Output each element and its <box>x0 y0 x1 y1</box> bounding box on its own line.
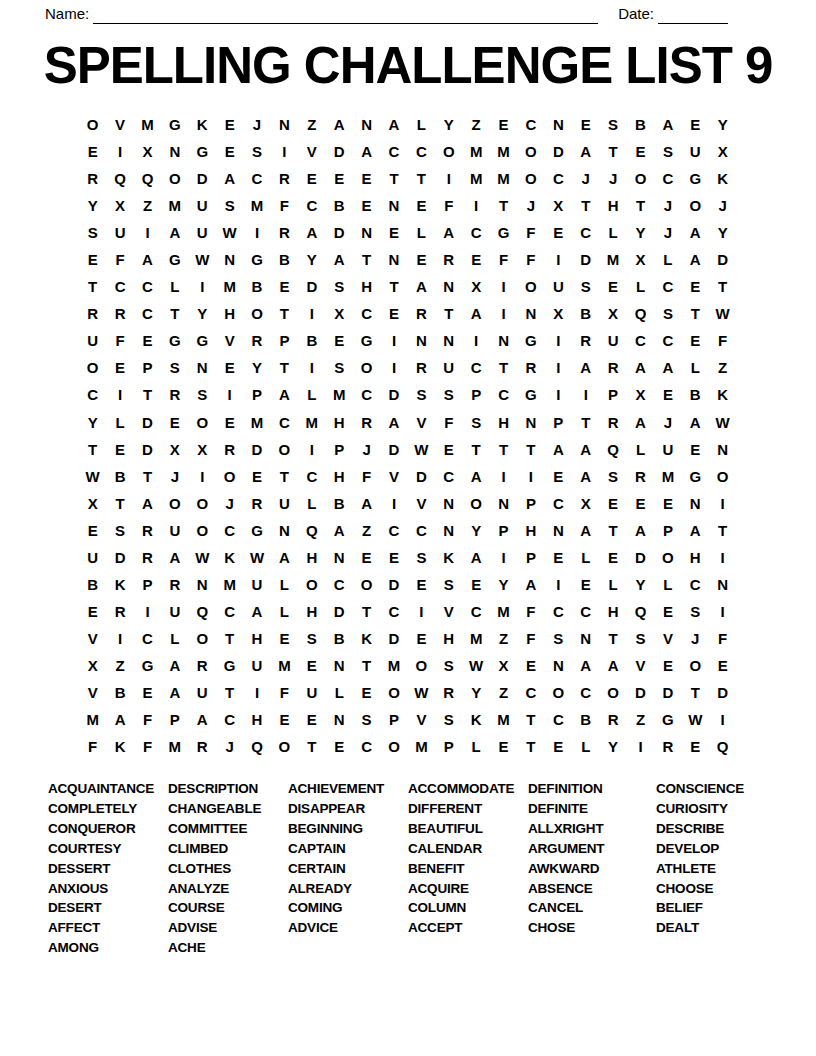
grid-cell[interactable]: T <box>271 463 298 490</box>
grid-cell[interactable]: C <box>216 706 243 733</box>
grid-cell[interactable]: C <box>353 381 380 408</box>
grid-cell[interactable]: I <box>380 490 407 517</box>
grid-cell[interactable]: O <box>380 733 407 760</box>
grid-cell[interactable]: N <box>490 490 517 517</box>
word-list-item[interactable]: CHOSE <box>528 918 656 938</box>
grid-cell[interactable]: O <box>189 409 216 436</box>
grid-cell[interactable]: T <box>599 625 626 652</box>
grid-cell[interactable]: Q <box>709 733 736 760</box>
grid-cell[interactable]: T <box>106 490 133 517</box>
grid-cell[interactable]: X <box>572 490 599 517</box>
grid-cell[interactable]: I <box>243 679 270 706</box>
grid-cell[interactable]: E <box>654 652 681 679</box>
grid-cell[interactable]: E <box>216 354 243 381</box>
grid-cell[interactable]: C <box>517 679 544 706</box>
grid-cell[interactable]: K <box>435 544 462 571</box>
grid-cell[interactable]: E <box>408 571 435 598</box>
grid-cell[interactable]: G <box>216 652 243 679</box>
grid-cell[interactable]: N <box>353 219 380 246</box>
grid-cell[interactable]: N <box>380 246 407 273</box>
grid-cell[interactable]: G <box>189 138 216 165</box>
grid-cell[interactable]: Q <box>106 165 133 192</box>
grid-cell[interactable]: H <box>298 544 325 571</box>
grid-cell[interactable]: M <box>599 246 626 273</box>
grid-cell[interactable]: A <box>189 706 216 733</box>
grid-cell[interactable]: E <box>326 733 353 760</box>
grid-cell[interactable]: N <box>572 625 599 652</box>
word-list-item[interactable]: COLUMN <box>408 898 528 918</box>
grid-cell[interactable]: F <box>106 327 133 354</box>
grid-cell[interactable]: E <box>326 165 353 192</box>
grid-cell[interactable]: M <box>161 192 188 219</box>
grid-cell[interactable]: A <box>545 436 572 463</box>
grid-cell[interactable]: T <box>682 679 709 706</box>
grid-cell[interactable]: N <box>326 544 353 571</box>
grid-cell[interactable]: S <box>408 381 435 408</box>
grid-cell[interactable]: Z <box>462 111 489 138</box>
grid-cell[interactable]: O <box>189 625 216 652</box>
grid-cell[interactable]: E <box>517 652 544 679</box>
grid-cell[interactable]: B <box>79 571 106 598</box>
grid-cell[interactable]: M <box>490 138 517 165</box>
grid-cell[interactable]: S <box>216 192 243 219</box>
grid-cell[interactable]: V <box>298 138 325 165</box>
grid-cell[interactable]: O <box>517 138 544 165</box>
grid-cell[interactable]: E <box>599 490 626 517</box>
grid-cell[interactable]: W <box>243 544 270 571</box>
word-list-item[interactable]: COURTESY <box>48 839 168 859</box>
grid-cell[interactable]: I <box>627 733 654 760</box>
grid-cell[interactable]: A <box>462 544 489 571</box>
grid-cell[interactable]: F <box>517 246 544 273</box>
word-list-item[interactable]: AMONG <box>48 938 168 958</box>
grid-cell[interactable]: A <box>216 165 243 192</box>
grid-cell[interactable]: M <box>490 165 517 192</box>
grid-cell[interactable]: K <box>709 165 736 192</box>
grid-cell[interactable]: L <box>408 111 435 138</box>
grid-cell[interactable]: S <box>435 706 462 733</box>
grid-cell[interactable]: A <box>572 652 599 679</box>
grid-cell[interactable]: R <box>161 571 188 598</box>
grid-cell[interactable]: C <box>654 273 681 300</box>
word-list-item[interactable]: ALREADY <box>288 879 408 899</box>
grid-cell[interactable]: M <box>490 706 517 733</box>
grid-cell[interactable]: L <box>462 733 489 760</box>
word-list-item[interactable]: CERTAIN <box>288 859 408 879</box>
grid-cell[interactable]: E <box>271 706 298 733</box>
grid-cell[interactable]: L <box>106 409 133 436</box>
grid-cell[interactable]: I <box>545 246 572 273</box>
grid-cell[interactable]: U <box>298 679 325 706</box>
grid-cell[interactable]: E <box>545 463 572 490</box>
grid-cell[interactable]: Y <box>189 300 216 327</box>
grid-cell[interactable]: A <box>682 409 709 436</box>
grid-cell[interactable]: E <box>216 138 243 165</box>
grid-cell[interactable]: L <box>271 571 298 598</box>
grid-cell[interactable]: V <box>627 652 654 679</box>
grid-cell[interactable]: A <box>435 219 462 246</box>
grid-cell[interactable]: K <box>462 706 489 733</box>
grid-cell[interactable]: V <box>380 463 407 490</box>
grid-cell[interactable]: C <box>216 517 243 544</box>
grid-cell[interactable]: C <box>134 625 161 652</box>
grid-cell[interactable]: A <box>134 490 161 517</box>
grid-cell[interactable]: L <box>627 436 654 463</box>
grid-cell[interactable]: O <box>682 192 709 219</box>
grid-cell[interactable]: B <box>682 381 709 408</box>
grid-cell[interactable]: E <box>408 192 435 219</box>
grid-cell[interactable]: A <box>106 706 133 733</box>
grid-cell[interactable]: M <box>326 381 353 408</box>
grid-cell[interactable]: H <box>216 300 243 327</box>
grid-cell[interactable]: D <box>134 436 161 463</box>
grid-cell[interactable]: S <box>243 138 270 165</box>
grid-cell[interactable]: A <box>271 381 298 408</box>
grid-cell[interactable]: A <box>627 517 654 544</box>
grid-cell[interactable]: L <box>599 571 626 598</box>
grid-cell[interactable]: T <box>353 598 380 625</box>
grid-cell[interactable]: E <box>353 165 380 192</box>
grid-cell[interactable]: D <box>709 679 736 706</box>
word-list-item[interactable]: ACCEPT <box>408 918 528 938</box>
word-list-item[interactable]: BEGINNING <box>288 819 408 839</box>
grid-cell[interactable]: B <box>298 327 325 354</box>
grid-cell[interactable]: J <box>654 409 681 436</box>
grid-cell[interactable]: S <box>408 544 435 571</box>
grid-cell[interactable]: I <box>243 219 270 246</box>
word-list-item[interactable]: ALLXRIGHT <box>528 819 656 839</box>
grid-cell[interactable]: T <box>353 652 380 679</box>
grid-cell[interactable]: A <box>271 544 298 571</box>
grid-cell[interactable]: F <box>517 219 544 246</box>
grid-cell[interactable]: R <box>189 733 216 760</box>
grid-cell[interactable]: T <box>216 679 243 706</box>
grid-cell[interactable]: S <box>353 706 380 733</box>
grid-cell[interactable]: X <box>79 652 106 679</box>
grid-cell[interactable]: E <box>79 517 106 544</box>
grid-cell[interactable]: N <box>326 706 353 733</box>
grid-cell[interactable]: M <box>462 138 489 165</box>
grid-cell[interactable]: S <box>161 354 188 381</box>
grid-cell[interactable]: W <box>709 300 736 327</box>
grid-cell[interactable]: Q <box>298 517 325 544</box>
grid-cell[interactable]: S <box>654 138 681 165</box>
word-list-item[interactable]: ABSENCE <box>528 879 656 899</box>
grid-cell[interactable]: D <box>380 571 407 598</box>
grid-cell[interactable]: K <box>106 571 133 598</box>
grid-cell[interactable]: E <box>353 679 380 706</box>
grid-cell[interactable]: M <box>408 733 435 760</box>
grid-cell[interactable]: E <box>106 436 133 463</box>
grid-cell[interactable]: W <box>709 409 736 436</box>
grid-cell[interactable]: I <box>189 273 216 300</box>
grid-cell[interactable]: D <box>654 679 681 706</box>
grid-cell[interactable]: J <box>654 192 681 219</box>
grid-cell[interactable]: S <box>545 625 572 652</box>
grid-cell[interactable]: X <box>161 436 188 463</box>
grid-cell[interactable]: U <box>79 544 106 571</box>
grid-cell[interactable]: T <box>380 273 407 300</box>
grid-cell[interactable]: I <box>189 463 216 490</box>
grid-cell[interactable]: A <box>682 517 709 544</box>
grid-cell[interactable]: E <box>79 138 106 165</box>
word-list-item[interactable]: DESCRIBE <box>656 819 776 839</box>
grid-cell[interactable]: I <box>298 354 325 381</box>
grid-cell[interactable]: S <box>599 463 626 490</box>
grid-cell[interactable]: D <box>380 436 407 463</box>
grid-cell[interactable]: R <box>627 463 654 490</box>
grid-cell[interactable]: H <box>326 463 353 490</box>
grid-cell[interactable]: V <box>408 706 435 733</box>
grid-cell[interactable]: B <box>106 679 133 706</box>
grid-cell[interactable]: E <box>682 733 709 760</box>
grid-cell[interactable]: G <box>189 327 216 354</box>
grid-cell[interactable]: S <box>435 652 462 679</box>
grid-cell[interactable]: L <box>654 571 681 598</box>
word-list-item[interactable]: COMMITTEE <box>168 819 288 839</box>
grid-cell[interactable]: Z <box>490 679 517 706</box>
grid-cell[interactable]: A <box>462 300 489 327</box>
grid-cell[interactable]: V <box>106 111 133 138</box>
grid-cell[interactable]: H <box>243 706 270 733</box>
grid-cell[interactable]: Y <box>490 571 517 598</box>
grid-cell[interactable]: G <box>682 165 709 192</box>
grid-cell[interactable]: C <box>298 463 325 490</box>
grid-cell[interactable]: E <box>106 354 133 381</box>
grid-cell[interactable]: B <box>106 463 133 490</box>
grid-cell[interactable]: E <box>462 571 489 598</box>
grid-cell[interactable]: L <box>599 219 626 246</box>
word-list-item[interactable]: ATHLETE <box>656 859 776 879</box>
grid-cell[interactable]: T <box>462 436 489 463</box>
grid-cell[interactable]: C <box>572 219 599 246</box>
grid-cell[interactable]: M <box>271 652 298 679</box>
grid-cell[interactable]: L <box>572 544 599 571</box>
grid-cell[interactable]: S <box>298 625 325 652</box>
grid-cell[interactable]: I <box>134 219 161 246</box>
grid-cell[interactable]: D <box>545 138 572 165</box>
grid-cell[interactable]: O <box>189 517 216 544</box>
grid-cell[interactable]: U <box>106 219 133 246</box>
grid-cell[interactable]: R <box>271 165 298 192</box>
grid-cell[interactable]: C <box>243 165 270 192</box>
grid-cell[interactable]: Y <box>599 733 626 760</box>
grid-cell[interactable]: L <box>408 219 435 246</box>
grid-cell[interactable]: U <box>271 490 298 517</box>
grid-cell[interactable]: N <box>517 300 544 327</box>
grid-cell[interactable]: S <box>326 354 353 381</box>
grid-cell[interactable]: E <box>298 706 325 733</box>
grid-cell[interactable]: O <box>79 111 106 138</box>
grid-cell[interactable]: E <box>682 327 709 354</box>
grid-cell[interactable]: E <box>408 246 435 273</box>
grid-cell[interactable]: I <box>298 300 325 327</box>
grid-cell[interactable]: B <box>326 192 353 219</box>
grid-cell[interactable]: S <box>189 381 216 408</box>
grid-cell[interactable]: N <box>709 436 736 463</box>
grid-cell[interactable]: L <box>298 381 325 408</box>
grid-cell[interactable]: S <box>326 273 353 300</box>
grid-cell[interactable]: N <box>682 490 709 517</box>
word-list-item[interactable]: ACQUIRE <box>408 879 528 899</box>
word-list-item[interactable]: DEVELOP <box>656 839 776 859</box>
grid-cell[interactable]: A <box>682 246 709 273</box>
grid-cell[interactable]: M <box>654 463 681 490</box>
grid-cell[interactable]: P <box>599 381 626 408</box>
grid-cell[interactable]: R <box>243 490 270 517</box>
grid-cell[interactable]: B <box>572 300 599 327</box>
grid-cell[interactable]: E <box>682 273 709 300</box>
grid-cell[interactable]: Q <box>189 598 216 625</box>
word-list-item[interactable]: AFFECT <box>48 918 168 938</box>
grid-cell[interactable]: C <box>134 300 161 327</box>
word-list-item[interactable]: ANALYZE <box>168 879 288 899</box>
grid-cell[interactable]: N <box>545 517 572 544</box>
word-list-item[interactable]: CONQUEROR <box>48 819 168 839</box>
grid-cell[interactable]: P <box>654 517 681 544</box>
grid-cell[interactable]: M <box>216 571 243 598</box>
word-list-item[interactable]: COURSE <box>168 898 288 918</box>
grid-cell[interactable]: L <box>572 733 599 760</box>
grid-cell[interactable]: T <box>216 625 243 652</box>
grid-cell[interactable]: E <box>380 300 407 327</box>
grid-cell[interactable]: E <box>79 246 106 273</box>
grid-cell[interactable]: G <box>353 327 380 354</box>
grid-cell[interactable]: H <box>682 544 709 571</box>
grid-cell[interactable]: U <box>654 436 681 463</box>
grid-cell[interactable]: S <box>106 517 133 544</box>
grid-cell[interactable]: L <box>271 598 298 625</box>
grid-cell[interactable]: F <box>435 409 462 436</box>
grid-cell[interactable]: T <box>435 300 462 327</box>
grid-cell[interactable]: J <box>216 490 243 517</box>
grid-cell[interactable]: V <box>408 490 435 517</box>
grid-cell[interactable]: I <box>545 327 572 354</box>
grid-cell[interactable]: A <box>326 111 353 138</box>
grid-cell[interactable]: A <box>161 219 188 246</box>
grid-cell[interactable]: Y <box>435 111 462 138</box>
grid-cell[interactable]: D <box>408 463 435 490</box>
grid-cell[interactable]: X <box>490 652 517 679</box>
grid-cell[interactable]: G <box>243 517 270 544</box>
grid-cell[interactable]: A <box>599 652 626 679</box>
grid-cell[interactable]: O <box>654 544 681 571</box>
grid-cell[interactable]: A <box>161 679 188 706</box>
grid-cell[interactable]: K <box>189 111 216 138</box>
grid-cell[interactable]: N <box>435 273 462 300</box>
grid-cell[interactable]: E <box>572 571 599 598</box>
grid-cell[interactable]: H <box>298 598 325 625</box>
grid-cell[interactable]: U <box>243 571 270 598</box>
grid-cell[interactable]: E <box>627 138 654 165</box>
grid-cell[interactable]: C <box>380 517 407 544</box>
grid-cell[interactable]: T <box>134 463 161 490</box>
grid-cell[interactable]: E <box>627 490 654 517</box>
grid-cell[interactable]: X <box>545 192 572 219</box>
grid-cell[interactable]: E <box>572 111 599 138</box>
grid-cell[interactable]: Y <box>79 409 106 436</box>
grid-cell[interactable]: N <box>189 354 216 381</box>
grid-cell[interactable]: N <box>216 246 243 273</box>
grid-cell[interactable]: N <box>435 517 462 544</box>
grid-cell[interactable]: E <box>462 246 489 273</box>
grid-cell[interactable]: R <box>216 436 243 463</box>
grid-cell[interactable]: R <box>161 381 188 408</box>
grid-cell[interactable]: A <box>627 354 654 381</box>
grid-cell[interactable]: E <box>243 463 270 490</box>
grid-cell[interactable]: H <box>326 409 353 436</box>
grid-cell[interactable]: J <box>243 111 270 138</box>
word-list-item[interactable]: CAPTAIN <box>288 839 408 859</box>
grid-cell[interactable]: P <box>243 381 270 408</box>
grid-cell[interactable]: I <box>490 273 517 300</box>
grid-cell[interactable]: N <box>435 327 462 354</box>
grid-cell[interactable]: O <box>545 679 572 706</box>
grid-cell[interactable]: G <box>161 246 188 273</box>
grid-cell[interactable]: G <box>161 111 188 138</box>
grid-cell[interactable]: G <box>682 463 709 490</box>
grid-cell[interactable]: A <box>572 463 599 490</box>
word-list-item[interactable]: CLOTHES <box>168 859 288 879</box>
grid-cell[interactable]: Y <box>298 246 325 273</box>
grid-cell[interactable]: A <box>572 517 599 544</box>
grid-cell[interactable]: J <box>572 165 599 192</box>
grid-cell[interactable]: A <box>517 571 544 598</box>
grid-cell[interactable]: T <box>490 436 517 463</box>
grid-cell[interactable]: R <box>572 327 599 354</box>
grid-cell[interactable]: O <box>627 165 654 192</box>
grid-cell[interactable]: S <box>435 571 462 598</box>
grid-cell[interactable]: T <box>298 733 325 760</box>
grid-cell[interactable]: I <box>216 381 243 408</box>
grid-cell[interactable]: C <box>353 300 380 327</box>
grid-cell[interactable]: E <box>271 273 298 300</box>
grid-cell[interactable]: Z <box>134 192 161 219</box>
word-list-item[interactable]: ADVISE <box>168 918 288 938</box>
grid-cell[interactable]: M <box>298 409 325 436</box>
grid-cell[interactable]: D <box>627 679 654 706</box>
grid-cell[interactable]: K <box>216 544 243 571</box>
grid-cell[interactable]: I <box>545 381 572 408</box>
grid-cell[interactable]: R <box>435 679 462 706</box>
grid-cell[interactable]: U <box>189 219 216 246</box>
grid-cell[interactable]: X <box>134 138 161 165</box>
grid-cell[interactable]: X <box>627 246 654 273</box>
grid-cell[interactable]: R <box>243 327 270 354</box>
grid-cell[interactable]: I <box>106 625 133 652</box>
word-list-item[interactable]: BENEFIT <box>408 859 528 879</box>
grid-cell[interactable]: O <box>271 733 298 760</box>
grid-cell[interactable]: N <box>408 327 435 354</box>
word-list-item[interactable]: ARGUMENT <box>528 839 656 859</box>
grid-cell[interactable]: C <box>271 409 298 436</box>
grid-cell[interactable]: T <box>490 192 517 219</box>
grid-cell[interactable]: R <box>435 246 462 273</box>
grid-cell[interactable]: T <box>572 192 599 219</box>
grid-cell[interactable]: O <box>435 138 462 165</box>
grid-cell[interactable]: R <box>79 300 106 327</box>
grid-cell[interactable]: L <box>298 490 325 517</box>
grid-cell[interactable]: U <box>189 192 216 219</box>
grid-cell[interactable]: H <box>599 192 626 219</box>
grid-cell[interactable]: R <box>106 598 133 625</box>
grid-cell[interactable]: T <box>353 246 380 273</box>
word-list-item[interactable]: BEAUTIFUL <box>408 819 528 839</box>
grid-cell[interactable]: Z <box>298 111 325 138</box>
grid-cell[interactable]: D <box>243 436 270 463</box>
grid-cell[interactable]: H <box>490 409 517 436</box>
grid-cell[interactable]: X <box>709 138 736 165</box>
